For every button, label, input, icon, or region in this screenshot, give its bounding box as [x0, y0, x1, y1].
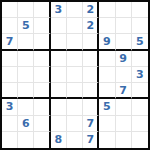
cell-r2c5[interactable] — [67, 18, 83, 34]
cell-r3c7[interactable]: 9 — [99, 34, 115, 50]
cell-r5c9[interactable]: 3 — [132, 67, 148, 83]
cell-r1c6[interactable]: 2 — [83, 2, 99, 18]
cell-r1c4[interactable]: 3 — [51, 2, 67, 18]
cell-r1c1[interactable] — [2, 2, 18, 18]
cell-r8c6[interactable]: 7 — [83, 116, 99, 132]
cell-r6c2[interactable] — [18, 83, 34, 99]
cell-r6c3[interactable] — [34, 83, 50, 99]
cell-r9c9[interactable] — [132, 132, 148, 148]
cell-r1c3[interactable] — [34, 2, 50, 18]
cell-r4c9[interactable] — [132, 51, 148, 67]
cell-r5c2[interactable] — [18, 67, 34, 83]
cell-r3c5[interactable] — [67, 34, 83, 50]
cell-r8c1[interactable] — [2, 116, 18, 132]
cell-r7c4[interactable] — [51, 99, 67, 115]
cell-r8c8[interactable] — [116, 116, 132, 132]
cell-r6c7[interactable] — [99, 83, 115, 99]
cell-r3c9[interactable]: 5 — [132, 34, 148, 50]
cell-r7c9[interactable] — [132, 99, 148, 115]
cell-r9c8[interactable] — [116, 132, 132, 148]
cell-r5c8[interactable] — [116, 67, 132, 83]
cell-r6c8[interactable]: 7 — [116, 83, 132, 99]
cell-r4c7[interactable] — [99, 51, 115, 67]
cell-r4c2[interactable] — [18, 51, 34, 67]
cell-r1c8[interactable] — [116, 2, 132, 18]
cell-r3c8[interactable] — [116, 34, 132, 50]
cell-r8c2[interactable]: 6 — [18, 116, 34, 132]
cell-r3c3[interactable] — [34, 34, 50, 50]
cell-r2c2[interactable]: 5 — [18, 18, 34, 34]
cell-r5c5[interactable] — [67, 67, 83, 83]
cell-r4c3[interactable] — [34, 51, 50, 67]
cell-r8c3[interactable] — [34, 116, 50, 132]
cell-r9c6[interactable]: 7 — [83, 132, 99, 148]
cell-r2c4[interactable] — [51, 18, 67, 34]
cell-r3c6[interactable] — [83, 34, 99, 50]
cell-r5c4[interactable] — [51, 67, 67, 83]
cell-r5c7[interactable] — [99, 67, 115, 83]
cell-r2c1[interactable] — [2, 18, 18, 34]
cell-r9c5[interactable] — [67, 132, 83, 148]
cell-r9c2[interactable] — [18, 132, 34, 148]
cell-r7c7[interactable]: 5 — [99, 99, 115, 115]
cell-r6c1[interactable] — [2, 83, 18, 99]
cell-r7c8[interactable] — [116, 99, 132, 115]
cell-r3c4[interactable] — [51, 34, 67, 50]
cell-r1c2[interactable] — [18, 2, 34, 18]
cell-r6c9[interactable] — [132, 83, 148, 99]
cell-r8c5[interactable] — [67, 116, 83, 132]
cell-r9c7[interactable] — [99, 132, 115, 148]
cell-r8c9[interactable] — [132, 116, 148, 132]
sudoku-board: 3252795937356787 — [0, 0, 150, 150]
cell-r1c7[interactable] — [99, 2, 115, 18]
cell-r4c8[interactable]: 9 — [116, 51, 132, 67]
cell-r2c3[interactable] — [34, 18, 50, 34]
cell-r7c3[interactable] — [34, 99, 50, 115]
cell-r3c2[interactable] — [18, 34, 34, 50]
cell-r6c4[interactable] — [51, 83, 67, 99]
cell-r5c3[interactable] — [34, 67, 50, 83]
cell-r9c1[interactable] — [2, 132, 18, 148]
cell-r8c7[interactable] — [99, 116, 115, 132]
cell-r7c1[interactable]: 3 — [2, 99, 18, 115]
cell-r2c6[interactable]: 2 — [83, 18, 99, 34]
cell-r5c1[interactable] — [2, 67, 18, 83]
cell-r2c7[interactable] — [99, 18, 115, 34]
cell-r3c1[interactable]: 7 — [2, 34, 18, 50]
cell-r4c5[interactable] — [67, 51, 83, 67]
cell-r1c5[interactable] — [67, 2, 83, 18]
cell-r5c6[interactable] — [83, 67, 99, 83]
cell-r7c5[interactable] — [67, 99, 83, 115]
cell-r7c2[interactable] — [18, 99, 34, 115]
cell-r2c8[interactable] — [116, 18, 132, 34]
cell-r6c6[interactable] — [83, 83, 99, 99]
cell-r1c9[interactable] — [132, 2, 148, 18]
cell-r9c3[interactable] — [34, 132, 50, 148]
cell-r8c4[interactable] — [51, 116, 67, 132]
cell-r2c9[interactable] — [132, 18, 148, 34]
cell-r9c4[interactable]: 8 — [51, 132, 67, 148]
cell-r4c6[interactable] — [83, 51, 99, 67]
cell-r4c1[interactable] — [2, 51, 18, 67]
cell-r7c6[interactable] — [83, 99, 99, 115]
cell-r6c5[interactable] — [67, 83, 83, 99]
cell-r4c4[interactable] — [51, 51, 67, 67]
